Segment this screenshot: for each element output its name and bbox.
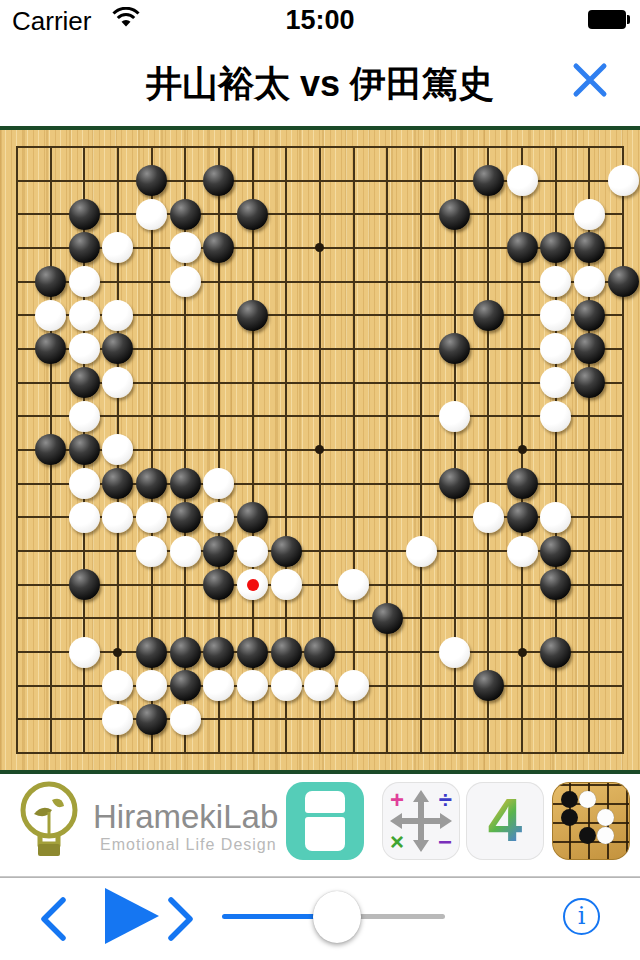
board-point bbox=[0, 164, 34, 198]
black-stone bbox=[540, 637, 571, 668]
black-stone bbox=[170, 199, 201, 230]
board-point bbox=[34, 736, 68, 770]
board-point bbox=[371, 703, 405, 737]
board-point bbox=[404, 602, 438, 636]
board-point bbox=[337, 164, 371, 198]
white-stone bbox=[203, 502, 234, 533]
board-point bbox=[472, 197, 506, 231]
board-point bbox=[135, 433, 169, 467]
white-stone bbox=[170, 536, 201, 567]
board-point bbox=[438, 736, 472, 770]
next-move-button[interactable] bbox=[166, 896, 196, 946]
black-stone bbox=[203, 569, 234, 600]
board-point bbox=[303, 298, 337, 332]
board-point bbox=[606, 568, 640, 602]
board-point bbox=[539, 366, 573, 400]
board-point bbox=[539, 501, 573, 535]
board-point bbox=[34, 635, 68, 669]
close-button[interactable] bbox=[570, 60, 610, 100]
info-button[interactable]: i bbox=[563, 898, 600, 935]
board-point bbox=[269, 736, 303, 770]
board-point bbox=[101, 602, 135, 636]
board-point bbox=[202, 669, 236, 703]
divide-symbol: ÷ bbox=[439, 788, 452, 812]
board-point bbox=[236, 298, 270, 332]
board-point bbox=[472, 568, 506, 602]
board-point bbox=[101, 332, 135, 366]
board-point bbox=[505, 265, 539, 299]
board-point bbox=[606, 433, 640, 467]
info-icon: i bbox=[578, 902, 586, 930]
board-point bbox=[135, 130, 169, 164]
board-point bbox=[539, 602, 573, 636]
board-point bbox=[337, 635, 371, 669]
board-point bbox=[505, 164, 539, 198]
mini-white-stone bbox=[597, 827, 614, 844]
board-point bbox=[236, 467, 270, 501]
board-point bbox=[101, 736, 135, 770]
black-stone bbox=[473, 165, 504, 196]
board-point bbox=[168, 635, 202, 669]
white-stone bbox=[574, 199, 605, 230]
board-point bbox=[371, 669, 405, 703]
board-point bbox=[67, 602, 101, 636]
board-point bbox=[303, 703, 337, 737]
board-point bbox=[101, 501, 135, 535]
board-point bbox=[337, 265, 371, 299]
black-stone bbox=[69, 367, 100, 398]
title-bar: 井山裕太 vs 伊田篤史 bbox=[0, 40, 640, 126]
board-point bbox=[269, 433, 303, 467]
board-point bbox=[269, 635, 303, 669]
board-point bbox=[573, 467, 607, 501]
board-point bbox=[168, 568, 202, 602]
board-point bbox=[168, 366, 202, 400]
board-point bbox=[539, 265, 573, 299]
board-point bbox=[101, 433, 135, 467]
board-point bbox=[371, 433, 405, 467]
black-stone bbox=[170, 637, 201, 668]
black-stone bbox=[304, 637, 335, 668]
board-point bbox=[34, 130, 68, 164]
white-stone bbox=[608, 165, 639, 196]
board-point bbox=[168, 197, 202, 231]
board-point bbox=[67, 736, 101, 770]
black-stone bbox=[102, 468, 133, 499]
board-point bbox=[34, 231, 68, 265]
board-point bbox=[135, 669, 169, 703]
board-point bbox=[539, 197, 573, 231]
board-point bbox=[438, 332, 472, 366]
board-point bbox=[404, 332, 438, 366]
board-point bbox=[573, 703, 607, 737]
board-point bbox=[202, 635, 236, 669]
board-point bbox=[606, 130, 640, 164]
board-point bbox=[101, 265, 135, 299]
math-arrows-app-icon[interactable]: + ÷ × − bbox=[382, 782, 460, 860]
white-stone bbox=[507, 165, 538, 196]
board-point bbox=[202, 501, 236, 535]
board-point bbox=[236, 130, 270, 164]
board-point bbox=[404, 736, 438, 770]
board-point bbox=[101, 298, 135, 332]
close-icon bbox=[570, 60, 610, 100]
board-point bbox=[135, 467, 169, 501]
board-point bbox=[472, 298, 506, 332]
black-stone bbox=[473, 300, 504, 331]
board-point bbox=[202, 130, 236, 164]
board-point bbox=[438, 433, 472, 467]
board-point bbox=[371, 265, 405, 299]
board-point bbox=[371, 164, 405, 198]
board-point bbox=[67, 635, 101, 669]
white-stone bbox=[69, 468, 100, 499]
board-point bbox=[0, 467, 34, 501]
board-point bbox=[67, 568, 101, 602]
board-point bbox=[168, 332, 202, 366]
board-point bbox=[168, 602, 202, 636]
black-stone bbox=[203, 165, 234, 196]
board-point bbox=[202, 703, 236, 737]
board-point bbox=[472, 130, 506, 164]
board-point bbox=[0, 703, 34, 737]
black-stone bbox=[170, 670, 201, 701]
board-point bbox=[34, 332, 68, 366]
board-point bbox=[101, 231, 135, 265]
black-stone bbox=[574, 300, 605, 331]
board-point bbox=[472, 534, 506, 568]
board-point bbox=[67, 366, 101, 400]
board-point bbox=[472, 467, 506, 501]
board-point bbox=[34, 669, 68, 703]
board-point bbox=[303, 534, 337, 568]
black-stone bbox=[136, 468, 167, 499]
board-point bbox=[168, 298, 202, 332]
board-point bbox=[269, 534, 303, 568]
board-point bbox=[303, 197, 337, 231]
board-point bbox=[0, 736, 34, 770]
board-point bbox=[371, 467, 405, 501]
board-point bbox=[573, 568, 607, 602]
board-point bbox=[168, 164, 202, 198]
board-point bbox=[236, 332, 270, 366]
board-point bbox=[202, 736, 236, 770]
board-point bbox=[101, 197, 135, 231]
board-point bbox=[404, 231, 438, 265]
board-point bbox=[472, 635, 506, 669]
white-stone bbox=[102, 502, 133, 533]
board-point bbox=[269, 332, 303, 366]
fridge-app-icon[interactable] bbox=[286, 782, 364, 860]
white-stone bbox=[69, 502, 100, 533]
board-point bbox=[135, 231, 169, 265]
board-point bbox=[202, 467, 236, 501]
board-point bbox=[337, 130, 371, 164]
board-point bbox=[67, 501, 101, 535]
board-point bbox=[472, 399, 506, 433]
board-point bbox=[404, 669, 438, 703]
white-stone bbox=[473, 502, 504, 533]
last-move-marker bbox=[247, 579, 259, 591]
board-point bbox=[404, 298, 438, 332]
board-point bbox=[404, 568, 438, 602]
board-point bbox=[539, 467, 573, 501]
board-point bbox=[505, 298, 539, 332]
board-point bbox=[168, 467, 202, 501]
board-point bbox=[337, 736, 371, 770]
board-point bbox=[269, 231, 303, 265]
board-point bbox=[573, 164, 607, 198]
black-stone bbox=[69, 232, 100, 263]
board-point bbox=[202, 433, 236, 467]
board-point bbox=[404, 501, 438, 535]
board-point bbox=[34, 501, 68, 535]
black-stone bbox=[574, 232, 605, 263]
star-point bbox=[315, 243, 324, 252]
four-glyph: 4 bbox=[466, 784, 544, 855]
board-point bbox=[67, 231, 101, 265]
board-point bbox=[101, 399, 135, 433]
board-point bbox=[236, 366, 270, 400]
board-point bbox=[67, 265, 101, 299]
lightbulb-logo-icon bbox=[18, 778, 80, 874]
black-stone bbox=[69, 434, 100, 465]
board-point bbox=[472, 366, 506, 400]
black-stone bbox=[271, 536, 302, 567]
board-point bbox=[438, 467, 472, 501]
board-point bbox=[404, 197, 438, 231]
board-point bbox=[34, 568, 68, 602]
board-point bbox=[236, 231, 270, 265]
board-point bbox=[438, 568, 472, 602]
board-point bbox=[0, 433, 34, 467]
board-point bbox=[67, 332, 101, 366]
board-point bbox=[303, 501, 337, 535]
board-point bbox=[236, 197, 270, 231]
board-point bbox=[67, 669, 101, 703]
black-stone bbox=[237, 637, 268, 668]
play-button[interactable] bbox=[105, 888, 159, 944]
board-point bbox=[135, 265, 169, 299]
board-point bbox=[168, 501, 202, 535]
board-point bbox=[67, 164, 101, 198]
white-stone bbox=[170, 704, 201, 735]
black-stone bbox=[439, 199, 470, 230]
move-slider[interactable] bbox=[222, 878, 445, 960]
white-stone bbox=[102, 434, 133, 465]
board-point bbox=[0, 332, 34, 366]
board-point bbox=[168, 534, 202, 568]
board-point bbox=[505, 467, 539, 501]
board-point bbox=[0, 265, 34, 299]
board-point bbox=[303, 568, 337, 602]
go-board bbox=[0, 130, 640, 770]
white-stone bbox=[304, 670, 335, 701]
board-point bbox=[438, 366, 472, 400]
board-point bbox=[0, 366, 34, 400]
board-point bbox=[573, 298, 607, 332]
board-point bbox=[539, 703, 573, 737]
board-point bbox=[269, 130, 303, 164]
board-point bbox=[371, 366, 405, 400]
white-stone bbox=[136, 502, 167, 533]
board-point bbox=[101, 130, 135, 164]
black-stone bbox=[540, 536, 571, 567]
board-point bbox=[67, 534, 101, 568]
number-4-app-icon[interactable]: 4 bbox=[466, 782, 544, 860]
board-point bbox=[202, 197, 236, 231]
white-stone bbox=[170, 232, 201, 263]
board-point bbox=[539, 736, 573, 770]
board-point bbox=[539, 164, 573, 198]
board-point bbox=[0, 568, 34, 602]
board-point bbox=[573, 130, 607, 164]
playback-toolbar: i bbox=[0, 877, 640, 960]
board-point bbox=[371, 736, 405, 770]
board-point bbox=[505, 501, 539, 535]
board-point bbox=[303, 433, 337, 467]
white-stone bbox=[540, 502, 571, 533]
board-point bbox=[269, 197, 303, 231]
board-point bbox=[303, 265, 337, 299]
white-stone bbox=[69, 266, 100, 297]
mini-white-stone bbox=[597, 809, 614, 826]
white-stone bbox=[102, 232, 133, 263]
white-stone bbox=[540, 333, 571, 364]
white-stone bbox=[102, 704, 133, 735]
board-point bbox=[505, 366, 539, 400]
board-point bbox=[573, 635, 607, 669]
previous-move-button[interactable] bbox=[38, 896, 68, 946]
board-point bbox=[236, 534, 270, 568]
board-point bbox=[135, 534, 169, 568]
board-point bbox=[606, 736, 640, 770]
board-point bbox=[606, 635, 640, 669]
go-board-app-icon[interactable] bbox=[552, 782, 630, 860]
board-point bbox=[0, 130, 34, 164]
board-point bbox=[236, 568, 270, 602]
white-stone bbox=[237, 569, 268, 600]
board-point bbox=[371, 332, 405, 366]
board-point bbox=[202, 164, 236, 198]
board-point bbox=[135, 366, 169, 400]
board-point bbox=[505, 534, 539, 568]
board-point bbox=[573, 332, 607, 366]
black-stone bbox=[69, 569, 100, 600]
board-point bbox=[606, 534, 640, 568]
board-point bbox=[438, 602, 472, 636]
board-point bbox=[438, 534, 472, 568]
black-stone bbox=[102, 333, 133, 364]
white-stone bbox=[69, 300, 100, 331]
board-point bbox=[269, 602, 303, 636]
black-stone bbox=[136, 637, 167, 668]
board-point bbox=[606, 467, 640, 501]
board-point bbox=[0, 635, 34, 669]
board-point bbox=[371, 602, 405, 636]
board-point bbox=[371, 399, 405, 433]
board-point bbox=[34, 433, 68, 467]
board-point bbox=[269, 265, 303, 299]
white-stone bbox=[439, 401, 470, 432]
board-point bbox=[337, 366, 371, 400]
board-point bbox=[135, 602, 169, 636]
board-point bbox=[67, 298, 101, 332]
board-point bbox=[269, 501, 303, 535]
board-point bbox=[236, 265, 270, 299]
board-point bbox=[539, 433, 573, 467]
black-stone bbox=[203, 637, 234, 668]
board-point bbox=[303, 231, 337, 265]
board-point bbox=[236, 164, 270, 198]
board-point bbox=[438, 501, 472, 535]
ad-banner[interactable]: HiramekiLab Emotional Life Design + ÷ × … bbox=[0, 774, 640, 877]
board-point bbox=[573, 231, 607, 265]
board-point bbox=[168, 703, 202, 737]
board-point bbox=[236, 635, 270, 669]
board-point bbox=[472, 736, 506, 770]
board-point bbox=[371, 130, 405, 164]
board-point bbox=[0, 231, 34, 265]
white-stone bbox=[338, 670, 369, 701]
black-stone bbox=[439, 333, 470, 364]
black-stone bbox=[203, 232, 234, 263]
board-point bbox=[505, 399, 539, 433]
board-point bbox=[101, 366, 135, 400]
board-point bbox=[34, 298, 68, 332]
board-point bbox=[606, 231, 640, 265]
black-stone bbox=[507, 502, 538, 533]
board-point bbox=[539, 298, 573, 332]
board-point bbox=[404, 130, 438, 164]
board-point bbox=[337, 501, 371, 535]
board-point bbox=[337, 231, 371, 265]
board-point bbox=[135, 164, 169, 198]
board-point bbox=[371, 298, 405, 332]
board-point bbox=[67, 467, 101, 501]
board-point bbox=[539, 130, 573, 164]
board-point bbox=[303, 130, 337, 164]
board-point bbox=[202, 568, 236, 602]
board-point bbox=[202, 265, 236, 299]
board-point bbox=[472, 703, 506, 737]
board-point bbox=[371, 197, 405, 231]
star-point bbox=[518, 445, 527, 454]
black-stone bbox=[136, 165, 167, 196]
board-point bbox=[438, 197, 472, 231]
board-point bbox=[505, 231, 539, 265]
board-point bbox=[505, 669, 539, 703]
board-point bbox=[303, 399, 337, 433]
board-point bbox=[101, 534, 135, 568]
black-stone bbox=[372, 603, 403, 634]
board-point bbox=[236, 703, 270, 737]
board-point bbox=[236, 399, 270, 433]
board-point bbox=[135, 332, 169, 366]
board-point bbox=[573, 265, 607, 299]
board-point bbox=[573, 501, 607, 535]
board-point bbox=[34, 366, 68, 400]
board-point bbox=[337, 602, 371, 636]
board-point bbox=[202, 332, 236, 366]
slider-thumb[interactable] bbox=[313, 891, 361, 943]
board-point bbox=[438, 164, 472, 198]
black-stone bbox=[69, 199, 100, 230]
board-point bbox=[303, 736, 337, 770]
board-point bbox=[505, 635, 539, 669]
board-point bbox=[573, 602, 607, 636]
board-point bbox=[168, 399, 202, 433]
